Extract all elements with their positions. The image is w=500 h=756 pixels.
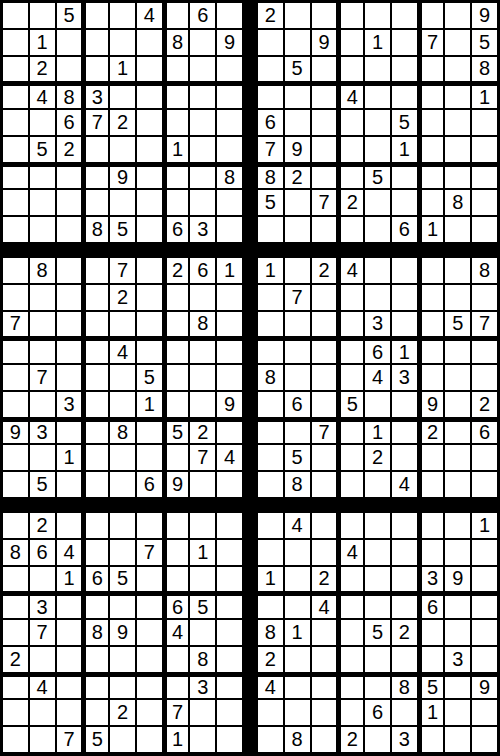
- cell-bottom-right-r9c3[interactable]: [312, 727, 337, 752]
- cell-middle-right-r7c2[interactable]: [285, 419, 310, 444]
- cell-top-right-r5c5[interactable]: [365, 110, 390, 135]
- cell-middle-right-r5c8[interactable]: [445, 365, 470, 390]
- cell-top-left-r1c9[interactable]: [217, 3, 242, 28]
- cell-top-left-r8c4[interactable]: [83, 190, 108, 215]
- cell-top-right-r8c6[interactable]: [392, 190, 417, 215]
- cell-top-left-r2c1[interactable]: [3, 30, 28, 55]
- cell-bottom-right-r1c3[interactable]: [312, 513, 337, 538]
- cell-middle-right-r3c3[interactable]: [312, 312, 337, 337]
- cell-top-left-r7c7[interactable]: [164, 164, 189, 189]
- cell-bottom-right-r9c9[interactable]: [472, 727, 497, 752]
- cell-bottom-left-r9c8[interactable]: [190, 727, 215, 752]
- cell-bottom-right-r3c6[interactable]: [392, 567, 417, 592]
- cell-middle-left-r6c5[interactable]: [110, 392, 135, 417]
- cell-bottom-left-r7c6[interactable]: [137, 674, 162, 699]
- cell-top-right-r3c4[interactable]: [338, 57, 363, 82]
- cell-middle-right-r2c4[interactable]: [338, 285, 363, 310]
- cell-bottom-left-r5c6[interactable]: [137, 620, 162, 645]
- cell-middle-left-r3c4[interactable]: [83, 312, 108, 337]
- cell-top-left-r5c8[interactable]: [190, 110, 215, 135]
- cell-bottom-left-r5c8[interactable]: [190, 620, 215, 645]
- cell-middle-left-r4c6[interactable]: [137, 338, 162, 363]
- cell-top-right-r4c1[interactable]: [258, 83, 283, 108]
- cell-top-right-r5c3[interactable]: [312, 110, 337, 135]
- cell-bottom-left-r2c4[interactable]: [83, 540, 108, 565]
- cell-middle-right-r6c3[interactable]: [312, 392, 337, 417]
- cell-bottom-left-r8c2[interactable]: [30, 700, 55, 725]
- cell-middle-left-r1c1[interactable]: [3, 258, 28, 283]
- cell-bottom-left-r9c5[interactable]: [110, 727, 135, 752]
- cell-middle-right-r5c3[interactable]: [312, 365, 337, 390]
- cell-middle-left-r3c5[interactable]: [110, 312, 135, 337]
- cell-top-left-r7c8[interactable]: [190, 164, 215, 189]
- cell-bottom-left-r4c1[interactable]: [3, 593, 28, 618]
- cell-bottom-left-r6c9[interactable]: [217, 647, 242, 672]
- cell-middle-right-r1c7[interactable]: [419, 258, 444, 283]
- cell-middle-left-r9c3[interactable]: [57, 472, 82, 497]
- cell-middle-right-r3c2[interactable]: [285, 312, 310, 337]
- cell-middle-left-r7c4[interactable]: [83, 419, 108, 444]
- cell-bottom-right-r8c4[interactable]: [338, 700, 363, 725]
- cell-top-left-r4c8[interactable]: [190, 83, 215, 108]
- cell-middle-right-r4c2[interactable]: [285, 338, 310, 363]
- cell-bottom-right-r3c2[interactable]: [285, 567, 310, 592]
- cell-top-left-r6c8[interactable]: [190, 137, 215, 162]
- cell-top-right-r3c6[interactable]: [392, 57, 417, 82]
- cell-middle-right-r6c1[interactable]: [258, 392, 283, 417]
- cell-top-right-r9c4[interactable]: [338, 217, 363, 242]
- cell-middle-left-r2c4[interactable]: [83, 285, 108, 310]
- cell-middle-left-r4c3[interactable]: [57, 338, 82, 363]
- cell-middle-right-r8c3[interactable]: [312, 445, 337, 470]
- cell-top-left-r8c8[interactable]: [190, 190, 215, 215]
- cell-middle-right-r9c4[interactable]: [338, 472, 363, 497]
- cell-middle-right-r2c9[interactable]: [472, 285, 497, 310]
- cell-bottom-right-r8c2[interactable]: [285, 700, 310, 725]
- cell-middle-left-r5c3[interactable]: [57, 365, 82, 390]
- cell-bottom-right-r9c5[interactable]: [365, 727, 390, 752]
- cell-middle-left-r6c4[interactable]: [83, 392, 108, 417]
- cell-bottom-right-r8c3[interactable]: [312, 700, 337, 725]
- cell-bottom-left-r6c4[interactable]: [83, 647, 108, 672]
- cell-middle-left-r8c1[interactable]: [3, 445, 28, 470]
- cell-top-left-r2c8[interactable]: [190, 30, 215, 55]
- cell-top-right-r9c5[interactable]: [365, 217, 390, 242]
- cell-top-right-r4c2[interactable]: [285, 83, 310, 108]
- cell-bottom-left-r3c7[interactable]: [164, 567, 189, 592]
- cell-top-left-r5c6[interactable]: [137, 110, 162, 135]
- cell-middle-left-r9c1[interactable]: [3, 472, 28, 497]
- cell-middle-right-r4c4[interactable]: [338, 338, 363, 363]
- cell-bottom-right-r2c5[interactable]: [365, 540, 390, 565]
- cell-top-right-r6c8[interactable]: [445, 137, 470, 162]
- cell-middle-right-r7c6[interactable]: [392, 419, 417, 444]
- cell-bottom-right-r6c3[interactable]: [312, 647, 337, 672]
- cell-middle-right-r8c9[interactable]: [472, 445, 497, 470]
- cell-bottom-right-r6c4[interactable]: [338, 647, 363, 672]
- cell-top-left-r1c2[interactable]: [30, 3, 55, 28]
- cell-bottom-left-r7c3[interactable]: [57, 674, 82, 699]
- cell-middle-right-r9c3[interactable]: [312, 472, 337, 497]
- cell-top-left-r9c2[interactable]: [30, 217, 55, 242]
- cell-bottom-left-r3c6[interactable]: [137, 567, 162, 592]
- cell-bottom-left-r1c3[interactable]: [57, 513, 82, 538]
- cell-bottom-left-r8c3[interactable]: [57, 700, 82, 725]
- cell-top-right-r8c5[interactable]: [365, 190, 390, 215]
- cell-middle-left-r6c7[interactable]: [164, 392, 189, 417]
- cell-top-right-r1c2[interactable]: [285, 3, 310, 28]
- cell-top-left-r6c6[interactable]: [137, 137, 162, 162]
- cell-top-right-r7c8[interactable]: [445, 164, 470, 189]
- cell-middle-left-r7c3[interactable]: [57, 419, 82, 444]
- cell-middle-left-r2c1[interactable]: [3, 285, 28, 310]
- cell-top-left-r9c6[interactable]: [137, 217, 162, 242]
- cell-bottom-right-r7c5[interactable]: [365, 674, 390, 699]
- cell-bottom-left-r9c1[interactable]: [3, 727, 28, 752]
- cell-middle-right-r4c3[interactable]: [312, 338, 337, 363]
- cell-top-left-r8c9[interactable]: [217, 190, 242, 215]
- cell-top-right-r9c8[interactable]: [445, 217, 470, 242]
- cell-top-right-r9c2[interactable]: [285, 217, 310, 242]
- cell-top-left-r8c2[interactable]: [30, 190, 55, 215]
- cell-middle-right-r5c2[interactable]: [285, 365, 310, 390]
- cell-top-right-r4c6[interactable]: [392, 83, 417, 108]
- cell-middle-right-r8c8[interactable]: [445, 445, 470, 470]
- cell-top-right-r5c4[interactable]: [338, 110, 363, 135]
- cell-bottom-right-r2c3[interactable]: [312, 540, 337, 565]
- cell-middle-left-r1c4[interactable]: [83, 258, 108, 283]
- cell-bottom-right-r4c6[interactable]: [392, 593, 417, 618]
- cell-bottom-left-r4c6[interactable]: [137, 593, 162, 618]
- cell-bottom-left-r9c2[interactable]: [30, 727, 55, 752]
- cell-middle-right-r4c1[interactable]: [258, 338, 283, 363]
- cell-bottom-right-r5c3[interactable]: [312, 620, 337, 645]
- cell-top-left-r8c7[interactable]: [164, 190, 189, 215]
- cell-bottom-left-r3c8[interactable]: [190, 567, 215, 592]
- cell-bottom-right-r1c5[interactable]: [365, 513, 390, 538]
- cell-top-left-r3c9[interactable]: [217, 57, 242, 82]
- cell-bottom-left-r2c7[interactable]: [164, 540, 189, 565]
- cell-bottom-left-r3c9[interactable]: [217, 567, 242, 592]
- cell-top-right-r8c7[interactable]: [419, 190, 444, 215]
- cell-bottom-right-r7c3[interactable]: [312, 674, 337, 699]
- cell-top-left-r8c1[interactable]: [3, 190, 28, 215]
- cell-bottom-left-r6c5[interactable]: [110, 647, 135, 672]
- cell-top-left-r1c1[interactable]: [3, 3, 28, 28]
- cell-bottom-left-r5c9[interactable]: [217, 620, 242, 645]
- cell-middle-right-r2c8[interactable]: [445, 285, 470, 310]
- cell-top-left-r4c6[interactable]: [137, 83, 162, 108]
- cell-bottom-left-r4c9[interactable]: [217, 593, 242, 618]
- cell-middle-right-r6c5[interactable]: [365, 392, 390, 417]
- cell-bottom-right-r8c9[interactable]: [472, 700, 497, 725]
- cell-middle-left-r2c6[interactable]: [137, 285, 162, 310]
- cell-bottom-right-r4c2[interactable]: [285, 593, 310, 618]
- cell-middle-left-r4c4[interactable]: [83, 338, 108, 363]
- cell-middle-right-r5c4[interactable]: [338, 365, 363, 390]
- cell-bottom-left-r7c9[interactable]: [217, 674, 242, 699]
- cell-top-left-r2c3[interactable]: [57, 30, 82, 55]
- cell-top-left-r4c5[interactable]: [110, 83, 135, 108]
- cell-top-left-r3c8[interactable]: [190, 57, 215, 82]
- cell-bottom-left-r7c7[interactable]: [164, 674, 189, 699]
- cell-middle-left-r1c3[interactable]: [57, 258, 82, 283]
- cell-middle-right-r2c6[interactable]: [392, 285, 417, 310]
- cell-middle-left-r7c9[interactable]: [217, 419, 242, 444]
- cell-top-right-r3c8[interactable]: [445, 57, 470, 82]
- cell-top-left-r9c1[interactable]: [3, 217, 28, 242]
- cell-top-left-r8c6[interactable]: [137, 190, 162, 215]
- cell-top-right-r7c6[interactable]: [392, 164, 417, 189]
- cell-middle-left-r8c2[interactable]: [30, 445, 55, 470]
- cell-bottom-left-r2c9[interactable]: [217, 540, 242, 565]
- cell-bottom-right-r1c8[interactable]: [445, 513, 470, 538]
- cell-bottom-left-r2c5[interactable]: [110, 540, 135, 565]
- cell-bottom-right-r4c1[interactable]: [258, 593, 283, 618]
- cell-top-left-r2c4[interactable]: [83, 30, 108, 55]
- cell-middle-right-r9c8[interactable]: [445, 472, 470, 497]
- cell-middle-left-r6c8[interactable]: [190, 392, 215, 417]
- cell-top-right-r6c5[interactable]: [365, 137, 390, 162]
- cell-middle-left-r4c1[interactable]: [3, 338, 28, 363]
- cell-top-left-r3c4[interactable]: [83, 57, 108, 82]
- cell-bottom-left-r1c8[interactable]: [190, 513, 215, 538]
- cell-bottom-right-r8c6[interactable]: [392, 700, 417, 725]
- cell-bottom-right-r4c9[interactable]: [472, 593, 497, 618]
- cell-bottom-right-r4c8[interactable]: [445, 593, 470, 618]
- cell-bottom-right-r2c1[interactable]: [258, 540, 283, 565]
- cell-bottom-left-r9c9[interactable]: [217, 727, 242, 752]
- cell-middle-left-r2c3[interactable]: [57, 285, 82, 310]
- cell-top-right-r5c7[interactable]: [419, 110, 444, 135]
- cell-middle-left-r1c6[interactable]: [137, 258, 162, 283]
- cell-middle-right-r3c7[interactable]: [419, 312, 444, 337]
- cell-middle-left-r3c9[interactable]: [217, 312, 242, 337]
- cell-bottom-left-r5c1[interactable]: [3, 620, 28, 645]
- cell-middle-left-r4c7[interactable]: [164, 338, 189, 363]
- cell-middle-right-r3c1[interactable]: [258, 312, 283, 337]
- cell-top-left-r6c4[interactable]: [83, 137, 108, 162]
- cell-bottom-left-r8c6[interactable]: [137, 700, 162, 725]
- cell-bottom-right-r5c4[interactable]: [338, 620, 363, 645]
- cell-middle-right-r3c6[interactable]: [392, 312, 417, 337]
- cell-middle-left-r8c4[interactable]: [83, 445, 108, 470]
- cell-bottom-right-r2c2[interactable]: [285, 540, 310, 565]
- cell-top-left-r7c2[interactable]: [30, 164, 55, 189]
- cell-middle-left-r5c5[interactable]: [110, 365, 135, 390]
- cell-top-right-r7c7[interactable]: [419, 164, 444, 189]
- cell-top-right-r3c5[interactable]: [365, 57, 390, 82]
- cell-bottom-left-r6c3[interactable]: [57, 647, 82, 672]
- cell-bottom-right-r8c8[interactable]: [445, 700, 470, 725]
- cell-middle-right-r4c8[interactable]: [445, 338, 470, 363]
- cell-middle-left-r9c9[interactable]: [217, 472, 242, 497]
- cell-top-left-r4c1[interactable]: [3, 83, 28, 108]
- cell-middle-left-r3c7[interactable]: [164, 312, 189, 337]
- cell-top-left-r6c5[interactable]: [110, 137, 135, 162]
- cell-middle-right-r8c7[interactable]: [419, 445, 444, 470]
- cell-bottom-left-r5c3[interactable]: [57, 620, 82, 645]
- cell-top-right-r9c3[interactable]: [312, 217, 337, 242]
- cell-top-left-r3c3[interactable]: [57, 57, 82, 82]
- cell-bottom-right-r6c6[interactable]: [392, 647, 417, 672]
- cell-middle-right-r1c6[interactable]: [392, 258, 417, 283]
- cell-bottom-right-r1c4[interactable]: [338, 513, 363, 538]
- cell-top-right-r7c3[interactable]: [312, 164, 337, 189]
- cell-bottom-right-r1c1[interactable]: [258, 513, 283, 538]
- cell-middle-right-r1c8[interactable]: [445, 258, 470, 283]
- cell-top-right-r4c5[interactable]: [365, 83, 390, 108]
- cell-top-left-r5c7[interactable]: [164, 110, 189, 135]
- cell-top-right-r3c7[interactable]: [419, 57, 444, 82]
- cell-top-right-r2c4[interactable]: [338, 30, 363, 55]
- cell-bottom-right-r7c4[interactable]: [338, 674, 363, 699]
- cell-middle-left-r8c7[interactable]: [164, 445, 189, 470]
- cell-middle-left-r2c8[interactable]: [190, 285, 215, 310]
- cell-top-right-r8c2[interactable]: [285, 190, 310, 215]
- cell-bottom-right-r3c4[interactable]: [338, 567, 363, 592]
- cell-top-left-r5c1[interactable]: [3, 110, 28, 135]
- cell-middle-left-r8c5[interactable]: [110, 445, 135, 470]
- cell-bottom-right-r2c7[interactable]: [419, 540, 444, 565]
- cell-middle-left-r2c2[interactable]: [30, 285, 55, 310]
- cell-bottom-left-r1c9[interactable]: [217, 513, 242, 538]
- cell-bottom-right-r3c9[interactable]: [472, 567, 497, 592]
- cell-bottom-left-r8c4[interactable]: [83, 700, 108, 725]
- cell-bottom-left-r4c5[interactable]: [110, 593, 135, 618]
- cell-bottom-right-r5c7[interactable]: [419, 620, 444, 645]
- cell-top-left-r7c1[interactable]: [3, 164, 28, 189]
- cell-bottom-left-r8c9[interactable]: [217, 700, 242, 725]
- cell-bottom-left-r8c1[interactable]: [3, 700, 28, 725]
- cell-bottom-left-r1c5[interactable]: [110, 513, 135, 538]
- cell-top-right-r4c7[interactable]: [419, 83, 444, 108]
- cell-bottom-right-r6c5[interactable]: [365, 647, 390, 672]
- cell-middle-right-r3c4[interactable]: [338, 312, 363, 337]
- cell-bottom-left-r7c4[interactable]: [83, 674, 108, 699]
- cell-middle-right-r9c7[interactable]: [419, 472, 444, 497]
- cell-middle-right-r6c6[interactable]: [392, 392, 417, 417]
- cell-middle-left-r5c4[interactable]: [83, 365, 108, 390]
- cell-top-right-r1c7[interactable]: [419, 3, 444, 28]
- cell-middle-left-r3c2[interactable]: [30, 312, 55, 337]
- cell-bottom-right-r9c7[interactable]: [419, 727, 444, 752]
- cell-top-left-r5c9[interactable]: [217, 110, 242, 135]
- cell-top-right-r1c4[interactable]: [338, 3, 363, 28]
- cell-top-right-r2c6[interactable]: [392, 30, 417, 55]
- cell-bottom-left-r6c2[interactable]: [30, 647, 55, 672]
- cell-middle-left-r5c7[interactable]: [164, 365, 189, 390]
- cell-middle-left-r2c9[interactable]: [217, 285, 242, 310]
- cell-bottom-right-r7c2[interactable]: [285, 674, 310, 699]
- cell-top-left-r7c3[interactable]: [57, 164, 82, 189]
- cell-bottom-left-r4c4[interactable]: [83, 593, 108, 618]
- cell-bottom-right-r9c8[interactable]: [445, 727, 470, 752]
- cell-middle-left-r6c2[interactable]: [30, 392, 55, 417]
- cell-top-right-r7c9[interactable]: [472, 164, 497, 189]
- cell-top-right-r2c2[interactable]: [285, 30, 310, 55]
- cell-bottom-left-r7c1[interactable]: [3, 674, 28, 699]
- cell-bottom-left-r6c6[interactable]: [137, 647, 162, 672]
- cell-bottom-right-r8c1[interactable]: [258, 700, 283, 725]
- cell-middle-right-r9c9[interactable]: [472, 472, 497, 497]
- cell-top-left-r1c7[interactable]: [164, 3, 189, 28]
- cell-middle-right-r2c5[interactable]: [365, 285, 390, 310]
- cell-middle-right-r7c4[interactable]: [338, 419, 363, 444]
- cell-bottom-left-r9c6[interactable]: [137, 727, 162, 752]
- cell-bottom-right-r2c6[interactable]: [392, 540, 417, 565]
- cell-top-right-r3c3[interactable]: [312, 57, 337, 82]
- cell-bottom-left-r1c6[interactable]: [137, 513, 162, 538]
- cell-top-left-r3c7[interactable]: [164, 57, 189, 82]
- cell-top-right-r3c1[interactable]: [258, 57, 283, 82]
- cell-middle-left-r3c6[interactable]: [137, 312, 162, 337]
- cell-middle-right-r8c4[interactable]: [338, 445, 363, 470]
- cell-bottom-left-r4c3[interactable]: [57, 593, 82, 618]
- cell-bottom-right-r2c8[interactable]: [445, 540, 470, 565]
- cell-middle-right-r9c5[interactable]: [365, 472, 390, 497]
- cell-bottom-right-r2c9[interactable]: [472, 540, 497, 565]
- cell-top-left-r7c4[interactable]: [83, 164, 108, 189]
- cell-top-right-r8c9[interactable]: [472, 190, 497, 215]
- cell-top-right-r6c9[interactable]: [472, 137, 497, 162]
- cell-bottom-left-r3c1[interactable]: [3, 567, 28, 592]
- cell-middle-left-r4c9[interactable]: [217, 338, 242, 363]
- cell-bottom-right-r4c4[interactable]: [338, 593, 363, 618]
- cell-top-left-r1c4[interactable]: [83, 3, 108, 28]
- cell-top-right-r6c7[interactable]: [419, 137, 444, 162]
- cell-top-right-r1c8[interactable]: [445, 3, 470, 28]
- cell-bottom-right-r5c8[interactable]: [445, 620, 470, 645]
- cell-top-left-r2c5[interactable]: [110, 30, 135, 55]
- cell-bottom-right-r6c2[interactable]: [285, 647, 310, 672]
- cell-top-left-r4c9[interactable]: [217, 83, 242, 108]
- cell-top-left-r8c5[interactable]: [110, 190, 135, 215]
- cell-middle-right-r1c5[interactable]: [365, 258, 390, 283]
- cell-top-left-r7c6[interactable]: [137, 164, 162, 189]
- cell-middle-left-r3c3[interactable]: [57, 312, 82, 337]
- cell-bottom-left-r1c4[interactable]: [83, 513, 108, 538]
- cell-middle-left-r8c6[interactable]: [137, 445, 162, 470]
- cell-bottom-right-r4c5[interactable]: [365, 593, 390, 618]
- cell-bottom-right-r9c1[interactable]: [258, 727, 283, 752]
- cell-top-right-r4c8[interactable]: [445, 83, 470, 108]
- cell-bottom-left-r1c7[interactable]: [164, 513, 189, 538]
- cell-top-right-r5c8[interactable]: [445, 110, 470, 135]
- cell-bottom-left-r3c2[interactable]: [30, 567, 55, 592]
- cell-top-right-r6c4[interactable]: [338, 137, 363, 162]
- cell-top-left-r4c7[interactable]: [164, 83, 189, 108]
- cell-bottom-left-r1c1[interactable]: [3, 513, 28, 538]
- cell-top-left-r2c6[interactable]: [137, 30, 162, 55]
- cell-middle-right-r2c7[interactable]: [419, 285, 444, 310]
- cell-middle-right-r5c7[interactable]: [419, 365, 444, 390]
- cell-top-right-r5c2[interactable]: [285, 110, 310, 135]
- cell-top-right-r1c5[interactable]: [365, 3, 390, 28]
- cell-top-right-r6c3[interactable]: [312, 137, 337, 162]
- cell-bottom-left-r8c8[interactable]: [190, 700, 215, 725]
- cell-middle-right-r7c8[interactable]: [445, 419, 470, 444]
- cell-bottom-left-r6c7[interactable]: [164, 647, 189, 672]
- cell-middle-right-r9c1[interactable]: [258, 472, 283, 497]
- cell-top-left-r6c1[interactable]: [3, 137, 28, 162]
- cell-middle-left-r5c9[interactable]: [217, 365, 242, 390]
- cell-middle-right-r4c9[interactable]: [472, 338, 497, 363]
- cell-top-right-r9c1[interactable]: [258, 217, 283, 242]
- cell-top-right-r5c9[interactable]: [472, 110, 497, 135]
- cell-middle-left-r6c1[interactable]: [3, 392, 28, 417]
- cell-middle-left-r9c4[interactable]: [83, 472, 108, 497]
